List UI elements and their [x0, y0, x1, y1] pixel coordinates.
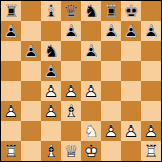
piece-white-pawn[interactable]: ♟♙ [61, 81, 81, 101]
square-b2[interactable] [21, 121, 41, 141]
piece-white-pawn[interactable]: ♟♙ [81, 81, 101, 101]
square-d8[interactable]: ♛♕ [61, 1, 81, 21]
piece-black-pawn[interactable]: ♟♙ [121, 21, 141, 41]
square-b6[interactable]: ♟♙ [21, 41, 41, 61]
piece-black-pawn[interactable]: ♟♙ [141, 21, 161, 41]
square-e3[interactable] [81, 101, 101, 121]
piece-outline-glyph: ♖ [101, 1, 121, 21]
square-g4[interactable] [121, 81, 141, 101]
square-e2[interactable]: ♞♘ [81, 121, 101, 141]
square-c5[interactable]: ♟♙ [41, 61, 61, 81]
square-h6[interactable] [141, 41, 161, 61]
square-d2[interactable] [61, 121, 81, 141]
square-e7[interactable] [81, 21, 101, 41]
piece-outline-glyph: ♙ [61, 81, 81, 101]
piece-outline-glyph: ♙ [121, 121, 141, 141]
square-a8[interactable]: ♜♖ [1, 1, 21, 21]
piece-black-pawn[interactable]: ♟♙ [81, 41, 101, 61]
square-f7[interactable]: ♟♙ [101, 21, 121, 41]
square-b7[interactable] [21, 21, 41, 41]
piece-outline-glyph: ♕ [61, 141, 81, 161]
square-f3[interactable] [101, 101, 121, 121]
piece-outline-glyph: ♕ [61, 1, 81, 21]
piece-black-pawn[interactable]: ♟♙ [21, 41, 41, 61]
piece-outline-glyph: ♙ [101, 121, 121, 141]
square-b4[interactable] [21, 81, 41, 101]
square-g2[interactable]: ♟♙ [121, 121, 141, 141]
square-a1[interactable]: ♜♖ [1, 141, 21, 161]
square-h3[interactable] [141, 101, 161, 121]
square-d4[interactable]: ♟♙ [61, 81, 81, 101]
square-c1[interactable]: ♝♗ [41, 141, 61, 161]
square-c7[interactable] [41, 21, 61, 41]
piece-outline-glyph: ♔ [81, 141, 101, 161]
piece-outline-glyph: ♙ [41, 81, 61, 101]
square-c2[interactable] [41, 121, 61, 141]
square-e6[interactable]: ♟♙ [81, 41, 101, 61]
piece-outline-glyph: ♙ [141, 21, 161, 41]
piece-outline-glyph: ♙ [41, 101, 61, 121]
piece-black-king[interactable]: ♚♔ [121, 1, 141, 21]
piece-white-queen[interactable]: ♛♕ [61, 141, 81, 161]
piece-black-pawn[interactable]: ♟♙ [101, 21, 121, 41]
square-b1[interactable] [21, 141, 41, 161]
square-c3[interactable]: ♟♙ [41, 101, 61, 121]
piece-white-pawn[interactable]: ♟♙ [1, 101, 21, 121]
piece-outline-glyph: ♘ [81, 1, 101, 21]
piece-white-rook[interactable]: ♜♖ [1, 141, 21, 161]
square-b8[interactable] [21, 1, 41, 21]
piece-outline-glyph: ♔ [121, 1, 141, 21]
chess-board: ♜♖♝♗♛♕♞♘♜♖♚♔♟♙♟♙♟♙♟♙♟♙♟♙♞♘♟♙♟♙♟♙♟♙♟♙♟♙♟♙… [0, 0, 162, 162]
piece-outline-glyph: ♙ [141, 121, 161, 141]
piece-black-rook[interactable]: ♜♖ [101, 1, 121, 21]
square-a3[interactable]: ♟♙ [1, 101, 21, 121]
piece-outline-glyph: ♗ [61, 101, 81, 121]
piece-black-rook[interactable]: ♜♖ [1, 1, 21, 21]
piece-outline-glyph: ♗ [41, 141, 61, 161]
square-h8[interactable] [141, 1, 161, 21]
piece-black-queen[interactable]: ♛♕ [61, 1, 81, 21]
piece-outline-glyph: ♖ [1, 141, 21, 161]
square-e4[interactable]: ♟♙ [81, 81, 101, 101]
square-d6[interactable] [61, 41, 81, 61]
square-h4[interactable] [141, 81, 161, 101]
square-f4[interactable] [101, 81, 121, 101]
piece-outline-glyph: ♙ [1, 21, 21, 41]
square-g6[interactable] [121, 41, 141, 61]
piece-outline-glyph: ♘ [81, 121, 101, 141]
piece-white-pawn[interactable]: ♟♙ [121, 121, 141, 141]
square-h5[interactable] [141, 61, 161, 81]
square-f6[interactable] [101, 41, 121, 61]
square-a6[interactable] [1, 41, 21, 61]
square-a7[interactable]: ♟♙ [1, 21, 21, 41]
square-e8[interactable]: ♞♘ [81, 1, 101, 21]
piece-outline-glyph: ♙ [81, 81, 101, 101]
square-g1[interactable] [121, 141, 141, 161]
piece-outline-glyph: ♙ [1, 101, 21, 121]
piece-black-pawn[interactable]: ♟♙ [41, 61, 61, 81]
piece-white-pawn[interactable]: ♟♙ [101, 121, 121, 141]
square-d1[interactable]: ♛♕ [61, 141, 81, 161]
square-g3[interactable] [121, 101, 141, 121]
piece-white-knight[interactable]: ♞♘ [81, 121, 101, 141]
square-e5[interactable] [81, 61, 101, 81]
piece-white-bishop[interactable]: ♝♗ [61, 101, 81, 121]
piece-outline-glyph: ♙ [61, 21, 81, 41]
square-f8[interactable]: ♜♖ [101, 1, 121, 21]
piece-white-bishop[interactable]: ♝♗ [41, 141, 61, 161]
piece-black-knight[interactable]: ♞♘ [41, 41, 61, 61]
square-c8[interactable]: ♝♗ [41, 1, 61, 21]
piece-black-bishop[interactable]: ♝♗ [41, 1, 61, 21]
piece-white-pawn[interactable]: ♟♙ [141, 121, 161, 141]
square-f2[interactable]: ♟♙ [101, 121, 121, 141]
square-a4[interactable] [1, 81, 21, 101]
square-d3[interactable]: ♝♗ [61, 101, 81, 121]
square-b3[interactable] [21, 101, 41, 121]
square-b5[interactable] [21, 61, 41, 81]
piece-black-pawn[interactable]: ♟♙ [61, 21, 81, 41]
piece-outline-glyph: ♖ [141, 141, 161, 161]
square-d7[interactable]: ♟♙ [61, 21, 81, 41]
square-f5[interactable] [101, 61, 121, 81]
piece-outline-glyph: ♙ [21, 41, 41, 61]
square-g5[interactable] [121, 61, 141, 81]
piece-outline-glyph: ♖ [1, 1, 21, 21]
square-g8[interactable]: ♚♔ [121, 1, 141, 21]
piece-black-pawn[interactable]: ♟♙ [1, 21, 21, 41]
square-d5[interactable] [61, 61, 81, 81]
square-e1[interactable]: ♚♔ [81, 141, 101, 161]
piece-outline-glyph: ♘ [41, 41, 61, 61]
square-a5[interactable] [1, 61, 21, 81]
piece-white-rook[interactable]: ♜♖ [141, 141, 161, 161]
piece-outline-glyph: ♙ [41, 61, 61, 81]
square-a2[interactable] [1, 121, 21, 141]
square-c4[interactable]: ♟♙ [41, 81, 61, 101]
square-f1[interactable] [101, 141, 121, 161]
piece-outline-glyph: ♙ [121, 21, 141, 41]
piece-white-pawn[interactable]: ♟♙ [41, 81, 61, 101]
piece-outline-glyph: ♙ [101, 21, 121, 41]
piece-white-king[interactable]: ♚♔ [81, 141, 101, 161]
square-h7[interactable]: ♟♙ [141, 21, 161, 41]
square-c6[interactable]: ♞♘ [41, 41, 61, 61]
piece-outline-glyph: ♙ [81, 41, 101, 61]
piece-outline-glyph: ♗ [41, 1, 61, 21]
piece-black-knight[interactable]: ♞♘ [81, 1, 101, 21]
square-h1[interactable]: ♜♖ [141, 141, 161, 161]
square-g7[interactable]: ♟♙ [121, 21, 141, 41]
piece-white-pawn[interactable]: ♟♙ [41, 101, 61, 121]
square-h2[interactable]: ♟♙ [141, 121, 161, 141]
